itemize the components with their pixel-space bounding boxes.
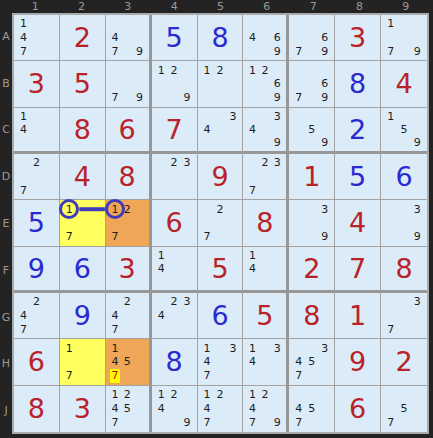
given-digit: 1: [289, 154, 334, 199]
candidate-grid: 679: [292, 63, 331, 104]
cell-D2[interactable]: 4: [60, 154, 106, 200]
given-digit: 4: [335, 200, 380, 245]
cell-H7[interactable]: 3457: [289, 339, 335, 385]
given-digit: 9: [198, 154, 243, 199]
candidate-1: 1: [17, 110, 30, 123]
given-digit: 7: [335, 247, 380, 290]
cell-B1[interactable]: 3: [14, 61, 60, 107]
candidate-grid: 134: [246, 341, 283, 382]
candidate-4: 4: [246, 402, 258, 416]
cell-F6[interactable]: 14: [243, 247, 289, 293]
col-label-8: 8: [336, 0, 382, 13]
candidate-9: 9: [133, 45, 145, 59]
candidate-grid: 17: [63, 202, 102, 243]
candidate-2: 2: [30, 295, 43, 309]
candidate-9: 9: [411, 136, 424, 149]
given-digit: 9: [335, 339, 380, 384]
given-digit: 8: [381, 247, 427, 290]
cell-G6[interactable]: 5: [243, 293, 289, 339]
cell-D3[interactable]: 8: [106, 154, 152, 200]
candidate-grid: 59: [292, 110, 331, 149]
cell-F9[interactable]: 8: [381, 247, 427, 293]
candidate-1: 1: [246, 341, 258, 355]
candidate-grid: 479: [109, 17, 146, 58]
cell-J3[interactable]: 12457: [106, 386, 152, 432]
candidate-grid: 27: [201, 202, 240, 243]
candidate-7-eliminated: 7: [110, 369, 120, 383]
candidate-3: 3: [226, 341, 239, 355]
cell-J5[interactable]: 1247: [198, 386, 244, 432]
candidate-9: 9: [271, 91, 283, 105]
candidate-1: 1: [17, 17, 30, 31]
candidate-9: 9: [271, 45, 283, 59]
given-digit: 8: [14, 386, 59, 432]
col-label-7: 7: [290, 0, 336, 13]
column-labels: 123456789: [12, 0, 429, 13]
cell-D5[interactable]: 9: [198, 154, 244, 200]
candidate-9: 9: [181, 91, 194, 105]
given-digit: 7: [152, 108, 197, 151]
candidate-3: 3: [318, 341, 331, 355]
candidate-7: 7: [292, 416, 305, 430]
candidate-5: 5: [121, 402, 133, 416]
cell-J4[interactable]: 1249: [152, 386, 198, 432]
given-digit: 4: [60, 154, 105, 199]
candidate-1: 1: [109, 388, 121, 402]
candidate-grid: 39: [384, 202, 424, 243]
candidate-9: 9: [318, 45, 331, 59]
candidate-2: 2: [259, 156, 271, 170]
candidate-7: 7: [292, 45, 305, 59]
cell-J8[interactable]: 6: [335, 386, 381, 432]
cell-A7[interactable]: 679: [289, 15, 335, 61]
candidate-grid: 14: [17, 110, 56, 149]
candidate-7: 7: [63, 230, 76, 244]
candidate-9: 9: [271, 136, 283, 149]
given-digit: 5: [198, 247, 243, 290]
cell-G5[interactable]: 6: [198, 293, 244, 339]
candidate-4: 4: [155, 402, 168, 416]
cell-B7[interactable]: 679: [289, 61, 335, 107]
cell-H6[interactable]: 134: [243, 339, 289, 385]
candidate-3: 3: [411, 202, 424, 216]
given-digit: 2: [381, 339, 427, 384]
candidate-2: 2: [168, 388, 181, 402]
candidate-grid: 12479: [246, 388, 283, 430]
candidate-9: 9: [318, 91, 331, 105]
cell-H3[interactable]: 1457: [106, 339, 152, 385]
cell-E5[interactable]: 27: [198, 200, 244, 246]
sudoku-grid: 1472479584696793179357912912126967984148…: [12, 13, 429, 434]
candidate-grid: 17: [63, 341, 102, 382]
col-label-4: 4: [151, 0, 197, 13]
cell-D4[interactable]: 23: [152, 154, 198, 200]
col-label-2: 2: [58, 0, 104, 13]
given-digit: 8: [106, 154, 149, 199]
candidate-1: 1: [155, 388, 168, 402]
solved-digit: 8: [152, 339, 197, 384]
cell-C2[interactable]: 8: [60, 108, 106, 154]
candidate-7: 7: [246, 184, 258, 198]
candidate-grid: 234: [155, 295, 194, 336]
candidate-7: 7: [292, 91, 305, 105]
candidate-7: 7: [384, 45, 397, 59]
candidate-1: 1: [201, 63, 214, 77]
candidate-grid: 12457: [109, 388, 146, 430]
given-digit: 3: [14, 61, 59, 106]
candidate-grid: 127: [109, 202, 146, 243]
row-label-B: B: [0, 60, 12, 107]
candidate-7: 7: [109, 323, 121, 337]
cell-A5[interactable]: 8: [198, 15, 244, 61]
cell-J9[interactable]: 57: [381, 386, 427, 432]
cell-A6[interactable]: 469: [243, 15, 289, 61]
cell-E8[interactable]: 4: [335, 200, 381, 246]
candidate-grid: 129: [155, 63, 194, 104]
candidate-5: 5: [397, 402, 410, 416]
candidate-4: 4: [155, 309, 168, 323]
cell-G3[interactable]: 247: [106, 293, 152, 339]
candidate-3: 3: [181, 156, 194, 170]
cell-G9[interactable]: 37: [381, 293, 427, 339]
cell-E2[interactable]: 17: [60, 200, 106, 246]
candidate-4: 4: [246, 355, 258, 369]
candidate-1: 1: [384, 17, 397, 31]
cell-B5[interactable]: 12: [198, 61, 244, 107]
candidate-4: 4: [109, 309, 121, 323]
cell-G1[interactable]: 247: [14, 293, 60, 339]
cell-C8[interactable]: 2: [335, 108, 381, 154]
candidate-2: 2: [121, 388, 133, 402]
cell-H8[interactable]: 9: [335, 339, 381, 385]
cell-A9[interactable]: 179: [381, 15, 427, 61]
cell-F8[interactable]: 7: [335, 247, 381, 293]
cell-B6[interactable]: 1269: [243, 61, 289, 107]
cell-F5[interactable]: 5: [198, 247, 244, 293]
cell-J7[interactable]: 457: [289, 386, 335, 432]
candidate-2: 2: [168, 63, 181, 77]
given-digit: 5: [60, 61, 105, 106]
candidate-grid: 12: [201, 63, 240, 104]
candidate-6: 6: [271, 31, 283, 45]
candidate-4: 4: [246, 262, 258, 275]
candidate-4: 4: [201, 355, 214, 369]
candidate-2: 2: [259, 388, 271, 402]
candidate-7: 7: [201, 416, 214, 430]
cell-B2[interactable]: 5: [60, 61, 106, 107]
given-digit: 3: [106, 247, 149, 290]
given-digit: 2: [289, 247, 334, 290]
candidate-9: 9: [271, 416, 283, 430]
candidate-grid: 1247: [201, 388, 240, 430]
cell-A8[interactable]: 3: [335, 15, 381, 61]
candidate-grid: 3457: [292, 341, 331, 382]
candidate-7: 7: [17, 323, 30, 337]
cell-C9[interactable]: 159: [381, 108, 427, 154]
candidate-grid: 1269: [246, 63, 283, 104]
cell-H1[interactable]: 6: [14, 339, 60, 385]
cell-F7[interactable]: 2: [289, 247, 335, 293]
candidate-grid: 39: [292, 202, 331, 243]
candidate-4: 4: [292, 355, 305, 369]
cell-C3[interactable]: 6: [106, 108, 152, 154]
solved-digit: 5: [14, 200, 59, 245]
candidate-grid: 1249: [155, 388, 194, 430]
row-label-G: G: [0, 294, 12, 341]
cell-B8[interactable]: 8: [335, 61, 381, 107]
cell-J6[interactable]: 12479: [243, 386, 289, 432]
cell-E9[interactable]: 39: [381, 200, 427, 246]
solved-digit: 5: [152, 15, 197, 60]
candidate-1-circled: 1: [109, 202, 121, 216]
cell-D9[interactable]: 6: [381, 154, 427, 200]
candidate-grid: 679: [292, 17, 331, 58]
given-digit: 8: [289, 293, 334, 338]
cell-C5[interactable]: 34: [198, 108, 244, 154]
candidate-3: 3: [318, 202, 331, 216]
cell-F2[interactable]: 6: [60, 247, 106, 293]
candidate-7: 7: [17, 184, 30, 198]
candidate-2: 2: [214, 388, 227, 402]
candidate-grid: 247: [17, 295, 56, 336]
candidate-4: 4: [201, 402, 214, 416]
cell-D8[interactable]: 5: [335, 154, 381, 200]
candidate-6: 6: [318, 31, 331, 45]
cell-D7[interactable]: 1: [289, 154, 335, 200]
solved-digit: 2: [335, 108, 380, 151]
row-label-C: C: [0, 107, 12, 154]
candidate-grid: 79: [109, 63, 146, 104]
cell-A2[interactable]: 2: [60, 15, 106, 61]
candidate-7: 7: [384, 323, 397, 337]
col-label-5: 5: [197, 0, 243, 13]
candidate-5: 5: [397, 123, 410, 136]
cell-A4[interactable]: 5: [152, 15, 198, 61]
candidate-grid: 34: [201, 110, 240, 149]
candidate-3: 3: [181, 295, 194, 309]
candidate-2: 2: [30, 156, 43, 170]
cell-B3[interactable]: 79: [106, 61, 152, 107]
cell-C4[interactable]: 7: [152, 108, 198, 154]
candidate-grid: 349: [246, 110, 283, 149]
candidate-7: 7: [109, 230, 121, 244]
candidate-5: 5: [305, 402, 318, 416]
candidate-grid: 14: [155, 249, 194, 288]
candidate-7: 7: [292, 369, 305, 383]
candidate-2: 2: [168, 295, 181, 309]
candidate-6: 6: [271, 77, 283, 91]
given-digit: 8: [243, 200, 286, 245]
candidate-7: 7: [201, 230, 214, 244]
cell-H9[interactable]: 2: [381, 339, 427, 385]
candidate-3: 3: [271, 156, 283, 170]
cell-G4[interactable]: 234: [152, 293, 198, 339]
cell-J2[interactable]: 3: [60, 386, 106, 432]
cell-G7[interactable]: 8: [289, 293, 335, 339]
candidate-grid: 469: [246, 17, 283, 58]
candidate-4: 4: [246, 31, 258, 45]
given-digit: 5: [243, 293, 286, 338]
candidate-4: 4: [246, 123, 258, 136]
sudoku-board-panel: 123456789 ABCDEFGHJ 14724795846967931793…: [0, 0, 433, 438]
cell-D6[interactable]: 237: [243, 154, 289, 200]
candidate-1: 1: [109, 341, 121, 355]
candidate-9: 9: [318, 136, 331, 149]
solved-digit: 9: [14, 247, 59, 290]
given-digit: 1: [335, 293, 380, 338]
candidate-7: 7: [109, 416, 121, 430]
candidate-grid: 457: [292, 388, 331, 430]
candidate-9: 9: [181, 416, 194, 430]
candidate-2: 2: [168, 156, 181, 170]
candidate-1: 1: [155, 63, 168, 77]
candidate-9: 9: [133, 91, 145, 105]
cell-E7[interactable]: 39: [289, 200, 335, 246]
candidate-4: 4: [17, 31, 30, 45]
given-digit: 6: [152, 200, 197, 245]
candidate-grid: 247: [109, 295, 146, 336]
cell-D1[interactable]: 27: [14, 154, 60, 200]
candidate-4: 4: [17, 309, 30, 323]
cell-C6[interactable]: 349: [243, 108, 289, 154]
candidate-grid: 23: [155, 156, 194, 197]
cell-J1[interactable]: 8: [14, 386, 60, 432]
candidate-1: 1: [384, 110, 397, 123]
given-digit: 8: [60, 108, 105, 151]
candidate-3: 3: [271, 341, 283, 355]
candidate-5: 5: [305, 355, 318, 369]
solved-digit: 6: [60, 247, 105, 290]
cell-A1[interactable]: 147: [14, 15, 60, 61]
candidate-4: 4: [292, 402, 305, 416]
candidate-1: 1: [201, 388, 214, 402]
given-digit: 6: [335, 386, 380, 432]
candidate-9: 9: [318, 230, 331, 244]
solved-digit: 5: [335, 154, 380, 199]
candidate-4: 4: [155, 262, 168, 275]
cell-H5[interactable]: 1347: [198, 339, 244, 385]
candidate-1: 1: [63, 341, 76, 355]
candidate-6: 6: [318, 77, 331, 91]
candidate-grid: 14: [246, 249, 283, 288]
candidate-4: 4: [109, 31, 121, 45]
candidate-5: 5: [121, 355, 133, 369]
cell-G8[interactable]: 1: [335, 293, 381, 339]
candidate-grid: 147: [17, 17, 56, 58]
row-label-D: D: [0, 153, 12, 200]
candidate-9: 9: [411, 45, 424, 59]
candidate-3: 3: [411, 295, 424, 309]
given-digit: 4: [381, 61, 427, 106]
given-digit: 6: [14, 339, 59, 384]
candidate-7: 7: [17, 45, 30, 59]
row-label-J: J: [0, 387, 12, 434]
cell-F4[interactable]: 14: [152, 247, 198, 293]
cell-F3[interactable]: 3: [106, 247, 152, 293]
row-label-A: A: [0, 13, 12, 60]
cell-H2[interactable]: 17: [60, 339, 106, 385]
candidate-3: 3: [271, 110, 283, 123]
cell-A3[interactable]: 479: [106, 15, 152, 61]
candidate-1: 1: [246, 249, 258, 262]
solved-digit: 8: [335, 61, 380, 106]
candidate-7: 7: [109, 91, 121, 105]
given-digit: 6: [106, 108, 149, 151]
cell-B4[interactable]: 129: [152, 61, 198, 107]
candidate-2: 2: [214, 202, 227, 216]
solved-digit: 9: [60, 293, 105, 338]
candidate-2: 2: [259, 63, 271, 77]
given-digit: 2: [60, 15, 105, 60]
candidate-7: 7: [63, 369, 76, 383]
candidate-grid: 237: [246, 156, 283, 197]
cell-E3[interactable]: 127: [106, 200, 152, 246]
candidate-4: 4: [109, 355, 121, 369]
col-label-9: 9: [383, 0, 429, 13]
candidate-7: 7: [201, 369, 214, 383]
cell-E6[interactable]: 8: [243, 200, 289, 246]
candidate-1: 1: [155, 249, 168, 262]
cell-C7[interactable]: 59: [289, 108, 335, 154]
candidate-2: 2: [214, 63, 227, 77]
candidate-1-circled: 1: [63, 202, 76, 216]
candidate-1: 1: [246, 63, 258, 77]
cell-H4[interactable]: 8: [152, 339, 198, 385]
cell-E4[interactable]: 6: [152, 200, 198, 246]
candidate-grid: 179: [384, 17, 424, 58]
cell-G2[interactable]: 9: [60, 293, 106, 339]
candidate-4: 4: [109, 402, 121, 416]
candidate-2: 2: [121, 295, 133, 309]
candidate-7: 7: [384, 416, 397, 430]
row-label-H: H: [0, 340, 12, 387]
given-digit: 3: [60, 386, 105, 432]
candidate-1: 1: [246, 388, 258, 402]
candidate-grid: 159: [384, 110, 424, 149]
candidate-5: 5: [305, 123, 318, 136]
candidate-1: 1: [201, 341, 214, 355]
candidate-7: 7: [109, 45, 121, 59]
cell-E1[interactable]: 5: [14, 200, 60, 246]
candidate-3: 3: [226, 110, 239, 123]
row-labels: ABCDEFGHJ: [0, 13, 12, 434]
candidate-grid: 1347: [201, 341, 240, 382]
cell-F1[interactable]: 9: [14, 247, 60, 293]
row-label-E: E: [0, 200, 12, 247]
candidate-7: 7: [246, 416, 258, 430]
solved-digit: 8: [198, 15, 243, 60]
candidate-4: 4: [201, 123, 214, 136]
solved-digit: 6: [198, 293, 243, 338]
candidate-grid: 1457: [109, 341, 146, 382]
solved-digit: 6: [381, 154, 427, 199]
candidate-grid: 27: [17, 156, 56, 197]
cell-C1[interactable]: 14: [14, 108, 60, 154]
col-label-1: 1: [12, 0, 58, 13]
row-label-F: F: [0, 247, 12, 294]
col-label-6: 6: [244, 0, 290, 13]
candidate-9: 9: [411, 230, 424, 244]
given-digit: 3: [335, 15, 380, 60]
cell-B9[interactable]: 4: [381, 61, 427, 107]
candidate-grid: 57: [384, 388, 424, 430]
candidate-4: 4: [17, 123, 30, 136]
col-label-3: 3: [105, 0, 151, 13]
candidate-grid: 37: [384, 295, 424, 336]
